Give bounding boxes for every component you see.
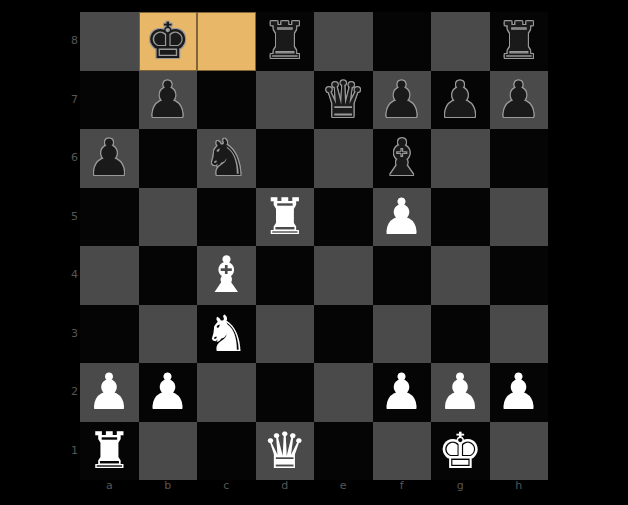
square-d7[interactable]: [256, 71, 315, 130]
piece-black-rook[interactable]: ♜: [490, 12, 549, 71]
square-a6[interactable]: ♟: [80, 129, 139, 188]
square-g7[interactable]: ♟: [431, 71, 490, 130]
piece-white-bishop[interactable]: ♝: [197, 246, 256, 305]
square-g4[interactable]: [431, 246, 490, 305]
square-f4[interactable]: [373, 246, 432, 305]
square-b1[interactable]: [139, 422, 198, 481]
square-g6[interactable]: [431, 129, 490, 188]
square-e7[interactable]: ♛: [314, 71, 373, 130]
square-c6[interactable]: ♞: [197, 129, 256, 188]
square-f5[interactable]: ♟: [373, 188, 432, 247]
square-b8[interactable]: ♚: [139, 12, 198, 71]
file-label-d: d: [256, 479, 315, 493]
square-e3[interactable]: [314, 305, 373, 364]
square-b4[interactable]: [139, 246, 198, 305]
square-g2[interactable]: ♟: [431, 363, 490, 422]
square-e5[interactable]: [314, 188, 373, 247]
file-label-c: c: [197, 479, 256, 493]
rank-label-6: 6: [69, 129, 80, 188]
rank-label-1: 1: [69, 422, 80, 481]
piece-black-rook[interactable]: ♜: [256, 12, 315, 71]
square-c5[interactable]: [197, 188, 256, 247]
file-label-f: f: [373, 479, 432, 493]
piece-black-pawn[interactable]: ♟: [139, 71, 198, 130]
square-a2[interactable]: ♟: [80, 363, 139, 422]
piece-black-pawn[interactable]: ♟: [490, 71, 549, 130]
square-h5[interactable]: [490, 188, 549, 247]
piece-black-bishop[interactable]: ♝: [373, 129, 432, 188]
square-f7[interactable]: ♟: [373, 71, 432, 130]
rank-label-5: 5: [69, 188, 80, 247]
square-b6[interactable]: [139, 129, 198, 188]
square-e6[interactable]: [314, 129, 373, 188]
square-b5[interactable]: [139, 188, 198, 247]
square-h1[interactable]: [490, 422, 549, 481]
piece-white-rook[interactable]: ♜: [256, 188, 315, 247]
square-e8[interactable]: [314, 12, 373, 71]
square-e4[interactable]: [314, 246, 373, 305]
file-label-e: e: [314, 479, 373, 493]
square-d5[interactable]: ♜: [256, 188, 315, 247]
rank-label-4: 4: [69, 246, 80, 305]
square-h8[interactable]: ♜: [490, 12, 549, 71]
square-a4[interactable]: [80, 246, 139, 305]
square-f2[interactable]: ♟: [373, 363, 432, 422]
square-h4[interactable]: [490, 246, 549, 305]
piece-white-pawn[interactable]: ♟: [373, 363, 432, 422]
square-c7[interactable]: [197, 71, 256, 130]
chess-app-screen: ♚♜♜♟♛♟♟♟♟♞♝♜♟♝♞♟♟♟♟♟♜♛♚ 87654321abcdefgh: [0, 0, 628, 505]
square-b2[interactable]: ♟: [139, 363, 198, 422]
piece-white-knight[interactable]: ♞: [197, 305, 256, 364]
square-c8[interactable]: [197, 12, 256, 71]
square-a7[interactable]: [80, 71, 139, 130]
square-h6[interactable]: [490, 129, 549, 188]
piece-black-king[interactable]: ♚: [139, 12, 198, 71]
piece-white-pawn[interactable]: ♟: [373, 188, 432, 247]
square-a8[interactable]: [80, 12, 139, 71]
piece-white-rook[interactable]: ♜: [80, 422, 139, 481]
file-label-a: a: [80, 479, 139, 493]
square-e1[interactable]: [314, 422, 373, 481]
piece-white-queen[interactable]: ♛: [256, 422, 315, 481]
square-c3[interactable]: ♞: [197, 305, 256, 364]
square-h2[interactable]: ♟: [490, 363, 549, 422]
square-g1[interactable]: ♚: [431, 422, 490, 481]
square-a1[interactable]: ♜: [80, 422, 139, 481]
piece-black-queen[interactable]: ♛: [314, 71, 373, 130]
square-g8[interactable]: [431, 12, 490, 71]
square-d8[interactable]: ♜: [256, 12, 315, 71]
rank-label-7: 7: [69, 71, 80, 130]
square-d6[interactable]: [256, 129, 315, 188]
square-c4[interactable]: ♝: [197, 246, 256, 305]
square-c2[interactable]: [197, 363, 256, 422]
square-f3[interactable]: [373, 305, 432, 364]
square-d2[interactable]: [256, 363, 315, 422]
square-d4[interactable]: [256, 246, 315, 305]
square-e2[interactable]: [314, 363, 373, 422]
file-label-h: h: [490, 479, 549, 493]
square-h3[interactable]: [490, 305, 549, 364]
file-label-b: b: [139, 479, 198, 493]
rank-label-2: 2: [69, 363, 80, 422]
piece-white-pawn[interactable]: ♟: [80, 363, 139, 422]
file-label-g: g: [431, 479, 490, 493]
piece-white-pawn[interactable]: ♟: [139, 363, 198, 422]
square-g5[interactable]: [431, 188, 490, 247]
square-a5[interactable]: [80, 188, 139, 247]
piece-white-pawn[interactable]: ♟: [490, 363, 549, 422]
square-b7[interactable]: ♟: [139, 71, 198, 130]
piece-black-pawn[interactable]: ♟: [80, 129, 139, 188]
square-g3[interactable]: [431, 305, 490, 364]
piece-white-pawn[interactable]: ♟: [431, 363, 490, 422]
square-f6[interactable]: ♝: [373, 129, 432, 188]
chess-board: ♚♜♜♟♛♟♟♟♟♞♝♜♟♝♞♟♟♟♟♟♜♛♚: [80, 12, 548, 480]
piece-black-pawn[interactable]: ♟: [373, 71, 432, 130]
rank-label-8: 8: [69, 12, 80, 71]
piece-black-pawn[interactable]: ♟: [431, 71, 490, 130]
square-h7[interactable]: ♟: [490, 71, 549, 130]
square-b3[interactable]: [139, 305, 198, 364]
square-a3[interactable]: [80, 305, 139, 364]
square-c1[interactable]: [197, 422, 256, 481]
square-f1[interactable]: [373, 422, 432, 481]
piece-white-king[interactable]: ♚: [431, 422, 490, 481]
square-f8[interactable]: [373, 12, 432, 71]
piece-black-knight[interactable]: ♞: [197, 129, 256, 188]
square-d3[interactable]: [256, 305, 315, 364]
square-d1[interactable]: ♛: [256, 422, 315, 481]
rank-label-3: 3: [69, 305, 80, 364]
